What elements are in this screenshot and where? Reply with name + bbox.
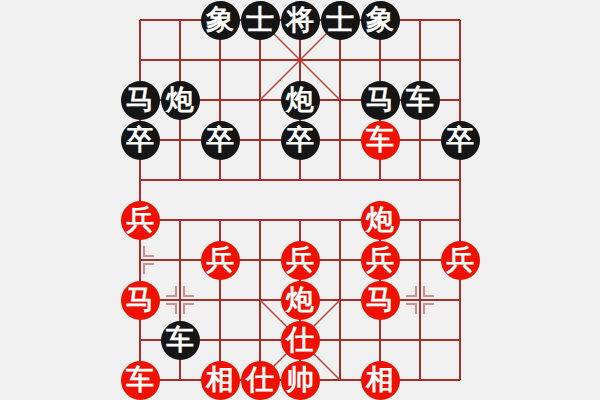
piece-black-soldier[interactable]: 卒 (201, 121, 240, 160)
piece-red-chariot[interactable]: 车 (121, 361, 160, 400)
piece-red-advisor[interactable]: 仕 (281, 321, 320, 360)
piece-red-horse[interactable]: 马 (361, 281, 400, 320)
piece-black-advisor[interactable]: 士 (241, 1, 280, 40)
piece-red-cannon[interactable]: 炮 (281, 281, 320, 320)
piece-red-chariot[interactable]: 车 (361, 121, 400, 160)
piece-red-soldier[interactable]: 兵 (441, 241, 480, 280)
piece-red-advisor[interactable]: 仕 (241, 361, 280, 400)
piece-black-soldier[interactable]: 卒 (121, 121, 160, 160)
piece-black-chariot[interactable]: 车 (401, 81, 440, 120)
piece-red-soldier[interactable]: 兵 (201, 241, 240, 280)
piece-black-soldier[interactable]: 卒 (441, 121, 480, 160)
xiangqi-board: 象士将士象马炮炮马车卒卒卒车卒兵炮兵兵兵兵马炮马车仕车相仕帅相 (120, 0, 480, 400)
piece-red-elephant[interactable]: 相 (201, 361, 240, 400)
piece-black-soldier[interactable]: 卒 (281, 121, 320, 160)
piece-black-general[interactable]: 将 (281, 1, 320, 40)
pieces-layer: 象士将士象马炮炮马车卒卒卒车卒兵炮兵兵兵兵马炮马车仕车相仕帅相 (120, 0, 480, 400)
piece-black-cannon[interactable]: 炮 (281, 81, 320, 120)
piece-black-horse[interactable]: 马 (121, 81, 160, 120)
piece-black-cannon[interactable]: 炮 (161, 81, 200, 120)
piece-red-cannon[interactable]: 炮 (361, 201, 400, 240)
piece-black-advisor[interactable]: 士 (321, 1, 360, 40)
piece-black-elephant[interactable]: 象 (201, 1, 240, 40)
piece-red-soldier[interactable]: 兵 (121, 201, 160, 240)
piece-red-soldier[interactable]: 兵 (361, 241, 400, 280)
piece-black-chariot[interactable]: 车 (161, 321, 200, 360)
xiangqi-app: 象士将士象马炮炮马车卒卒卒车卒兵炮兵兵兵兵马炮马车仕车相仕帅相 (0, 0, 600, 400)
piece-red-horse[interactable]: 马 (121, 281, 160, 320)
piece-red-soldier[interactable]: 兵 (281, 241, 320, 280)
piece-black-elephant[interactable]: 象 (361, 1, 400, 40)
piece-black-horse[interactable]: 马 (361, 81, 400, 120)
piece-red-elephant[interactable]: 相 (361, 361, 400, 400)
piece-red-general[interactable]: 帅 (281, 361, 320, 400)
